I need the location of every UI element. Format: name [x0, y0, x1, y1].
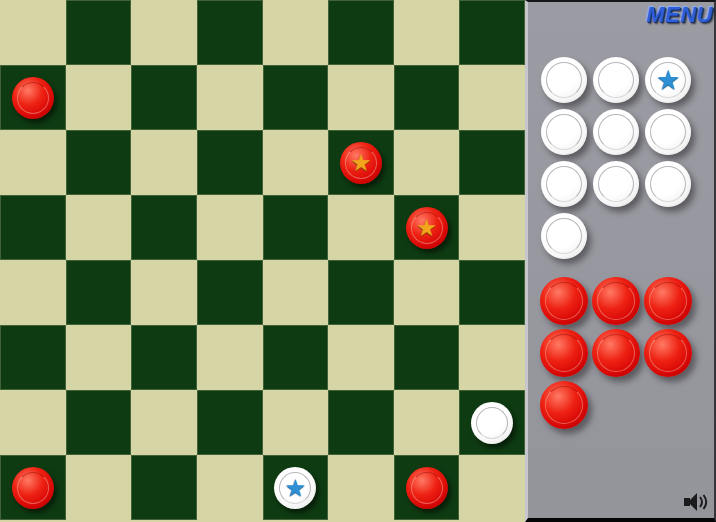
- square-r6c2[interactable]: [131, 390, 197, 455]
- square-r2c5[interactable]: ★: [328, 130, 394, 195]
- square-r5c3[interactable]: [197, 325, 263, 390]
- square-r1c0[interactable]: [0, 65, 66, 130]
- square-r7c7[interactable]: [459, 455, 525, 520]
- white-man-piece: [645, 109, 691, 155]
- square-r5c6[interactable]: [394, 325, 460, 390]
- white-man-piece: [541, 161, 587, 207]
- gold-star-icon: ★: [350, 151, 372, 175]
- white-man-piece: [541, 213, 587, 259]
- square-r1c7[interactable]: [459, 65, 525, 130]
- square-r7c5[interactable]: [328, 455, 394, 520]
- red-pieces-tray: [538, 275, 694, 431]
- square-r7c1[interactable]: [66, 455, 132, 520]
- white-man-piece: [645, 161, 691, 207]
- square-r3c3[interactable]: [197, 195, 263, 260]
- menu-button[interactable]: MENU: [646, 2, 713, 28]
- square-r2c6[interactable]: [394, 130, 460, 195]
- square-r2c7[interactable]: [459, 130, 525, 195]
- red-man-piece: [592, 329, 640, 377]
- red-man-piece[interactable]: [406, 467, 448, 509]
- square-r0c2[interactable]: [131, 0, 197, 65]
- red-man-piece: [644, 329, 692, 377]
- square-r4c1[interactable]: [66, 260, 132, 325]
- red-man-piece: [540, 381, 588, 429]
- square-r2c3[interactable]: [197, 130, 263, 195]
- square-r0c1[interactable]: [66, 0, 132, 65]
- red-man-piece[interactable]: [12, 77, 54, 119]
- red-man-piece: [644, 277, 692, 325]
- square-r1c4[interactable]: [263, 65, 329, 130]
- square-r7c6[interactable]: [394, 455, 460, 520]
- red-man-piece: [540, 277, 588, 325]
- square-r6c0[interactable]: [0, 390, 66, 455]
- square-r6c7[interactable]: [459, 390, 525, 455]
- square-r1c5[interactable]: [328, 65, 394, 130]
- square-r4c4[interactable]: [263, 260, 329, 325]
- square-r1c2[interactable]: [131, 65, 197, 130]
- square-r0c3[interactable]: [197, 0, 263, 65]
- square-r5c5[interactable]: [328, 325, 394, 390]
- square-r2c4[interactable]: [263, 130, 329, 195]
- white-man-piece: [541, 109, 587, 155]
- red-man-piece: [540, 329, 588, 377]
- square-r0c4[interactable]: [263, 0, 329, 65]
- white-pieces-tray: ★: [538, 54, 694, 262]
- blue-star-icon: ★: [656, 67, 680, 94]
- red-man-piece: [592, 277, 640, 325]
- white-king-piece[interactable]: ★: [274, 467, 316, 509]
- gold-star-icon: ★: [416, 216, 438, 240]
- white-man-piece[interactable]: [471, 402, 513, 444]
- square-r6c5[interactable]: [328, 390, 394, 455]
- square-r0c0[interactable]: [0, 0, 66, 65]
- square-r7c0[interactable]: [0, 455, 66, 520]
- square-r6c6[interactable]: [394, 390, 460, 455]
- square-r5c7[interactable]: [459, 325, 525, 390]
- square-r3c6[interactable]: ★: [394, 195, 460, 260]
- square-r1c3[interactable]: [197, 65, 263, 130]
- square-r3c1[interactable]: [66, 195, 132, 260]
- square-r0c6[interactable]: [394, 0, 460, 65]
- square-r5c4[interactable]: [263, 325, 329, 390]
- square-r6c4[interactable]: [263, 390, 329, 455]
- square-r5c2[interactable]: [131, 325, 197, 390]
- square-r3c0[interactable]: [0, 195, 66, 260]
- red-king-piece[interactable]: ★: [340, 142, 382, 184]
- square-r4c7[interactable]: [459, 260, 525, 325]
- white-man-piece: [593, 161, 639, 207]
- red-king-piece[interactable]: ★: [406, 207, 448, 249]
- square-r7c2[interactable]: [131, 455, 197, 520]
- white-man-piece: [593, 109, 639, 155]
- checkers-board: ★★★: [0, 0, 525, 522]
- square-r7c3[interactable]: [197, 455, 263, 520]
- square-r1c1[interactable]: [66, 65, 132, 130]
- square-r2c1[interactable]: [66, 130, 132, 195]
- square-r4c6[interactable]: [394, 260, 460, 325]
- square-r3c4[interactable]: [263, 195, 329, 260]
- square-r5c0[interactable]: [0, 325, 66, 390]
- square-r4c5[interactable]: [328, 260, 394, 325]
- square-r4c2[interactable]: [131, 260, 197, 325]
- square-r6c3[interactable]: [197, 390, 263, 455]
- square-r0c7[interactable]: [459, 0, 525, 65]
- square-r4c0[interactable]: [0, 260, 66, 325]
- white-man-piece: [541, 57, 587, 103]
- square-r3c7[interactable]: [459, 195, 525, 260]
- red-man-piece[interactable]: [12, 467, 54, 509]
- square-r3c5[interactable]: [328, 195, 394, 260]
- square-r7c4[interactable]: ★: [263, 455, 329, 520]
- square-r2c0[interactable]: [0, 130, 66, 195]
- square-r1c6[interactable]: [394, 65, 460, 130]
- white-man-piece: [593, 57, 639, 103]
- speaker-icon[interactable]: [683, 490, 710, 514]
- square-r5c1[interactable]: [66, 325, 132, 390]
- blue-star-icon: ★: [285, 476, 307, 500]
- square-r4c3[interactable]: [197, 260, 263, 325]
- square-r3c2[interactable]: [131, 195, 197, 260]
- square-r6c1[interactable]: [66, 390, 132, 455]
- sidebar: MENU ★: [525, 0, 716, 522]
- white-king-piece: ★: [645, 57, 691, 103]
- square-r0c5[interactable]: [328, 0, 394, 65]
- square-r2c2[interactable]: [131, 130, 197, 195]
- checkers-game-window: ★★★ MENU ★: [0, 0, 716, 522]
